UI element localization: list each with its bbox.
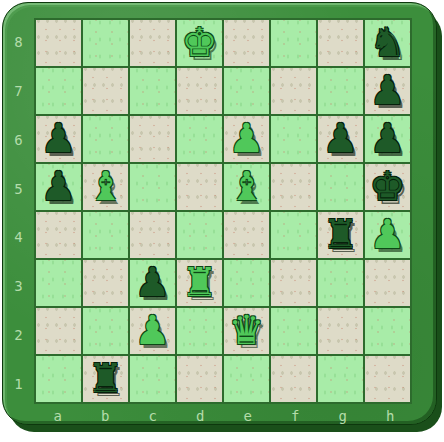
square-a8[interactable] [36, 20, 81, 66]
chess-app-screen: 87654321 ♚♞♟♟♟♟♟♟♝♝♚♜♟♟♜♟♛♜ abcdefgh [0, 0, 444, 442]
square-b1[interactable]: ♜ [83, 356, 128, 402]
square-c2[interactable]: ♟ [130, 308, 175, 354]
square-e2[interactable]: ♛ [224, 308, 269, 354]
square-c3[interactable]: ♟ [130, 260, 175, 306]
piece-white-pawn[interactable]: ♟ [370, 214, 406, 254]
piece-black-king[interactable]: ♚ [370, 166, 406, 206]
square-b2[interactable] [83, 308, 128, 354]
square-d5[interactable] [177, 164, 222, 210]
file-label-c: c [129, 406, 177, 426]
square-c1[interactable] [130, 356, 175, 402]
square-f1[interactable] [271, 356, 316, 402]
square-f6[interactable] [271, 116, 316, 162]
rank-label-3: 3 [3, 262, 34, 311]
square-d8[interactable]: ♚ [177, 20, 222, 66]
square-f4[interactable] [271, 212, 316, 258]
file-label-a: a [34, 406, 82, 426]
file-label-b: b [82, 406, 130, 426]
piece-white-queen[interactable]: ♛ [229, 310, 265, 350]
rank-label-2: 2 [3, 311, 34, 360]
piece-black-pawn[interactable]: ♟ [135, 262, 171, 302]
piece-white-bishop[interactable]: ♝ [229, 166, 265, 206]
piece-black-pawn[interactable]: ♟ [41, 118, 77, 158]
square-g1[interactable] [318, 356, 363, 402]
square-a5[interactable]: ♟ [36, 164, 81, 210]
square-e1[interactable] [224, 356, 269, 402]
square-d1[interactable] [177, 356, 222, 402]
square-h7[interactable]: ♟ [365, 68, 410, 114]
square-b5[interactable]: ♝ [83, 164, 128, 210]
piece-black-rook[interactable]: ♜ [88, 358, 124, 398]
square-g2[interactable] [318, 308, 363, 354]
piece-black-pawn[interactable]: ♟ [370, 118, 406, 158]
square-c6[interactable] [130, 116, 175, 162]
square-a2[interactable] [36, 308, 81, 354]
square-e4[interactable] [224, 212, 269, 258]
square-b4[interactable] [83, 212, 128, 258]
file-label-e: e [224, 406, 272, 426]
file-label-f: f [272, 406, 320, 426]
square-h8[interactable]: ♞ [365, 20, 410, 66]
rank-label-4: 4 [3, 213, 34, 262]
square-d7[interactable] [177, 68, 222, 114]
square-e7[interactable] [224, 68, 269, 114]
square-h4[interactable]: ♟ [365, 212, 410, 258]
board-frame: 87654321 ♚♞♟♟♟♟♟♟♝♝♚♜♟♟♜♟♛♜ abcdefgh [2, 2, 437, 425]
square-d3[interactable]: ♜ [177, 260, 222, 306]
piece-white-bishop[interactable]: ♝ [88, 166, 124, 206]
square-e8[interactable] [224, 20, 269, 66]
square-e5[interactable]: ♝ [224, 164, 269, 210]
board-grid: ♚♞♟♟♟♟♟♟♝♝♚♜♟♟♜♟♛♜ [34, 18, 412, 404]
square-a1[interactable] [36, 356, 81, 402]
square-g3[interactable] [318, 260, 363, 306]
rank-labels: 87654321 [3, 18, 34, 408]
square-f7[interactable] [271, 68, 316, 114]
piece-white-rook[interactable]: ♜ [182, 262, 218, 302]
square-g7[interactable] [318, 68, 363, 114]
square-g5[interactable] [318, 164, 363, 210]
piece-black-rook[interactable]: ♜ [323, 214, 359, 254]
square-a7[interactable] [36, 68, 81, 114]
square-d2[interactable] [177, 308, 222, 354]
rank-label-5: 5 [3, 164, 34, 213]
square-a3[interactable] [36, 260, 81, 306]
piece-black-knight[interactable]: ♞ [370, 22, 406, 62]
piece-white-pawn[interactable]: ♟ [229, 118, 265, 158]
square-f8[interactable] [271, 20, 316, 66]
square-b3[interactable] [83, 260, 128, 306]
square-e3[interactable] [224, 260, 269, 306]
square-b8[interactable] [83, 20, 128, 66]
square-h2[interactable] [365, 308, 410, 354]
square-a6[interactable]: ♟ [36, 116, 81, 162]
square-c5[interactable] [130, 164, 175, 210]
rank-label-1: 1 [3, 359, 34, 408]
square-d6[interactable] [177, 116, 222, 162]
square-c4[interactable] [130, 212, 175, 258]
file-label-d: d [177, 406, 225, 426]
piece-black-pawn[interactable]: ♟ [370, 70, 406, 110]
square-g6[interactable]: ♟ [318, 116, 363, 162]
piece-white-king[interactable]: ♚ [182, 22, 218, 62]
square-g8[interactable] [318, 20, 363, 66]
square-d4[interactable] [177, 212, 222, 258]
square-b7[interactable] [83, 68, 128, 114]
piece-black-pawn[interactable]: ♟ [323, 118, 359, 158]
file-label-g: g [319, 406, 367, 426]
square-g4[interactable]: ♜ [318, 212, 363, 258]
square-f2[interactable] [271, 308, 316, 354]
square-h6[interactable]: ♟ [365, 116, 410, 162]
rank-label-7: 7 [3, 67, 34, 116]
rank-label-8: 8 [3, 18, 34, 67]
file-labels: abcdefgh [34, 406, 414, 426]
square-b6[interactable] [83, 116, 128, 162]
square-c7[interactable] [130, 68, 175, 114]
square-h5[interactable]: ♚ [365, 164, 410, 210]
square-h1[interactable] [365, 356, 410, 402]
square-f5[interactable] [271, 164, 316, 210]
square-h3[interactable] [365, 260, 410, 306]
square-c8[interactable] [130, 20, 175, 66]
square-f3[interactable] [271, 260, 316, 306]
square-a4[interactable] [36, 212, 81, 258]
piece-white-pawn[interactable]: ♟ [135, 310, 171, 350]
file-label-h: h [367, 406, 415, 426]
rank-label-6: 6 [3, 116, 34, 165]
piece-black-pawn[interactable]: ♟ [41, 166, 77, 206]
square-e6[interactable]: ♟ [224, 116, 269, 162]
